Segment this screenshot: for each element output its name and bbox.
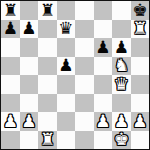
- square-d4[interactable]: [57, 75, 76, 94]
- square-d5[interactable]: ♟: [57, 57, 76, 76]
- square-b5[interactable]: [20, 57, 39, 76]
- piece-black-pawn: ♟: [21, 20, 36, 37]
- square-a3[interactable]: [1, 94, 20, 113]
- square-f6[interactable]: ♟: [94, 38, 113, 57]
- square-g2[interactable]: ♟: [112, 112, 131, 131]
- piece-white-pawn: ♟: [3, 112, 18, 129]
- piece-black-rook: ♜: [40, 1, 55, 18]
- square-e5[interactable]: [75, 57, 94, 76]
- piece-black-pawn: ♟: [58, 57, 73, 74]
- square-c6[interactable]: [38, 38, 57, 57]
- square-b7[interactable]: ♟: [20, 20, 39, 39]
- square-e6[interactable]: [75, 38, 94, 57]
- square-g5[interactable]: ♞: [112, 57, 131, 76]
- square-h4[interactable]: [131, 75, 150, 94]
- square-d8[interactable]: [57, 1, 76, 20]
- square-f8[interactable]: [94, 1, 113, 20]
- square-g3[interactable]: [112, 94, 131, 113]
- square-g8[interactable]: [112, 1, 131, 20]
- square-a1[interactable]: [1, 131, 20, 150]
- square-f1[interactable]: [94, 131, 113, 150]
- square-c5[interactable]: [38, 57, 57, 76]
- piece-white-pawn: ♟: [95, 112, 110, 129]
- square-a8[interactable]: ♜: [1, 1, 20, 20]
- square-f3[interactable]: [94, 94, 113, 113]
- piece-white-pawn: ♟: [132, 112, 147, 129]
- piece-white-queen: ♛: [114, 75, 129, 92]
- square-e2[interactable]: [75, 112, 94, 131]
- square-a5[interactable]: [1, 57, 20, 76]
- square-g4[interactable]: ♛: [112, 75, 131, 94]
- square-h1[interactable]: [131, 131, 150, 150]
- square-h7[interactable]: ♜: [131, 20, 150, 39]
- square-c3[interactable]: [38, 94, 57, 113]
- square-a4[interactable]: [1, 75, 20, 94]
- square-b8[interactable]: [20, 1, 39, 20]
- square-f4[interactable]: [94, 75, 113, 94]
- piece-white-rook: ♜: [40, 131, 55, 148]
- square-h3[interactable]: [131, 94, 150, 113]
- square-c7[interactable]: [38, 20, 57, 39]
- square-c1[interactable]: ♜: [38, 131, 57, 150]
- square-e7[interactable]: [75, 20, 94, 39]
- piece-white-pawn: ♟: [21, 112, 36, 129]
- square-b6[interactable]: [20, 38, 39, 57]
- square-d1[interactable]: [57, 131, 76, 150]
- square-b1[interactable]: [20, 131, 39, 150]
- square-c2[interactable]: [38, 112, 57, 131]
- square-b3[interactable]: [20, 94, 39, 113]
- square-g7[interactable]: [112, 20, 131, 39]
- piece-black-pawn: ♟: [3, 20, 18, 37]
- square-e4[interactable]: [75, 75, 94, 94]
- piece-white-rook: ♜: [132, 20, 147, 37]
- chess-board-wrap: ♜♜♚♟♟♛♜♟♟♟♞♛♟♟♟♟♟♜♚: [0, 0, 150, 150]
- square-c4[interactable]: [38, 75, 57, 94]
- square-f2[interactable]: ♟: [94, 112, 113, 131]
- square-d7[interactable]: ♛: [57, 20, 76, 39]
- square-g6[interactable]: ♟: [112, 38, 131, 57]
- square-c8[interactable]: ♜: [38, 1, 57, 20]
- piece-black-pawn: ♟: [95, 38, 110, 55]
- square-d3[interactable]: [57, 94, 76, 113]
- square-a7[interactable]: ♟: [1, 20, 20, 39]
- piece-black-pawn: ♟: [114, 38, 129, 55]
- square-d2[interactable]: [57, 112, 76, 131]
- square-e3[interactable]: [75, 94, 94, 113]
- piece-black-rook: ♜: [3, 1, 18, 18]
- chess-board: ♜♜♚♟♟♛♜♟♟♟♞♛♟♟♟♟♟♜♚: [0, 0, 150, 150]
- piece-black-king: ♚: [132, 1, 147, 18]
- piece-black-queen: ♛: [58, 20, 73, 37]
- square-h6[interactable]: [131, 38, 150, 57]
- square-f7[interactable]: [94, 20, 113, 39]
- square-h5[interactable]: [131, 57, 150, 76]
- square-d6[interactable]: [57, 38, 76, 57]
- square-a2[interactable]: ♟: [1, 112, 20, 131]
- square-e1[interactable]: [75, 131, 94, 150]
- square-g1[interactable]: ♚: [112, 131, 131, 150]
- square-e8[interactable]: [75, 1, 94, 20]
- square-a6[interactable]: [1, 38, 20, 57]
- piece-white-pawn: ♟: [114, 112, 129, 129]
- piece-white-knight: ♞: [114, 57, 129, 74]
- square-h8[interactable]: ♚: [131, 1, 150, 20]
- square-f5[interactable]: [94, 57, 113, 76]
- piece-white-king: ♚: [114, 131, 129, 148]
- square-h2[interactable]: ♟: [131, 112, 150, 131]
- square-b2[interactable]: ♟: [20, 112, 39, 131]
- square-b4[interactable]: [20, 75, 39, 94]
